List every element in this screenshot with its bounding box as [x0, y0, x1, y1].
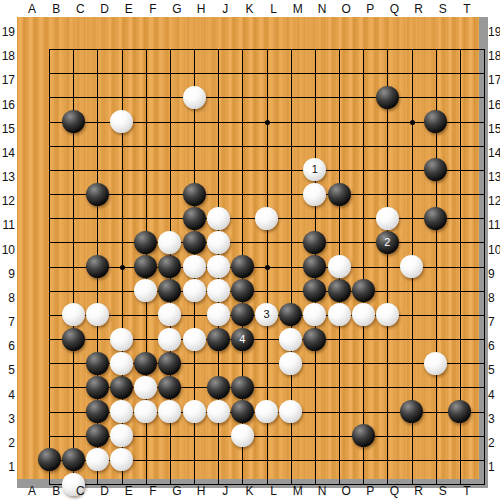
row-label-left-15: 15 — [0, 122, 15, 136]
white-stone-L7[interactable] — [279, 328, 302, 351]
column-label-top-K: K — [238, 2, 262, 16]
grid-line-vertical — [484, 49, 485, 485]
white-stone-L4[interactable] — [279, 400, 302, 423]
row-label-right-1: 1 — [488, 460, 495, 474]
black-stone-M11[interactable] — [303, 231, 326, 254]
go-board[interactable]: 2413 — [17, 17, 488, 488]
white-stone-H4[interactable] — [207, 400, 230, 423]
white-stone-J3[interactable] — [231, 424, 254, 447]
row-label-left-7: 7 — [0, 315, 15, 329]
row-label-left-9: 9 — [0, 267, 15, 281]
column-label-bottom-A: A — [20, 484, 44, 498]
row-label-right-11: 11 — [488, 218, 500, 232]
column-label-top-L: L — [262, 2, 286, 16]
black-stone-M10[interactable] — [303, 255, 326, 278]
black-stone-N9[interactable] — [328, 279, 351, 302]
white-stone-D6[interactable] — [110, 352, 133, 375]
black-stone-J9[interactable] — [231, 279, 254, 302]
black-stone-C5[interactable] — [86, 376, 109, 399]
row-label-left-1: 1 — [0, 460, 15, 474]
white-stone-N8[interactable] — [328, 303, 351, 326]
white-stone-G9[interactable] — [183, 279, 206, 302]
row-label-left-12: 12 — [0, 194, 15, 208]
white-stone-M14-move-1[interactable]: 1 — [303, 158, 326, 181]
column-label-top-N: N — [310, 2, 334, 16]
black-stone-B16[interactable] — [62, 110, 85, 133]
column-label-top-B: B — [44, 2, 68, 16]
column-label-top-J: J — [213, 2, 237, 16]
black-stone-P11-move-2[interactable]: 2 — [376, 231, 399, 254]
black-stone-J10[interactable] — [231, 255, 254, 278]
white-stone-E9[interactable] — [134, 279, 157, 302]
column-label-top-D: D — [93, 2, 117, 16]
row-label-right-18: 18 — [488, 49, 500, 63]
column-label-bottom-E: E — [117, 484, 141, 498]
column-label-top-P: P — [358, 2, 382, 16]
row-label-right-17: 17 — [488, 73, 500, 87]
row-label-left-4: 4 — [0, 388, 15, 402]
white-stone-F4[interactable] — [158, 400, 181, 423]
white-stone-H8[interactable] — [207, 303, 230, 326]
black-stone-J5[interactable] — [231, 376, 254, 399]
column-label-bottom-R: R — [407, 484, 431, 498]
white-stone-G10[interactable] — [183, 255, 206, 278]
black-stone-F10[interactable] — [158, 255, 181, 278]
row-label-right-12: 12 — [488, 194, 500, 208]
black-stone-E6[interactable] — [134, 352, 157, 375]
go-diagram-page: 2413 AABBCCDDEEFFGGHHJJKKLLMMNNOOPPQQRRS… — [0, 0, 500, 500]
black-stone-M9[interactable] — [303, 279, 326, 302]
column-label-bottom-G: G — [165, 484, 189, 498]
white-stone-K4[interactable] — [255, 400, 278, 423]
white-stone-C8[interactable] — [86, 303, 109, 326]
row-label-right-13: 13 — [488, 170, 500, 184]
black-stone-B7[interactable] — [62, 328, 85, 351]
row-label-right-8: 8 — [488, 291, 495, 305]
black-stone-H5[interactable] — [207, 376, 230, 399]
black-stone-O9[interactable] — [352, 279, 375, 302]
star-point-K16 — [265, 120, 270, 125]
white-stone-M13[interactable] — [303, 183, 326, 206]
black-stone-F6[interactable] — [158, 352, 181, 375]
white-stone-H12[interactable] — [207, 207, 230, 230]
row-label-left-13: 13 — [0, 170, 15, 184]
row-label-left-5: 5 — [0, 363, 15, 377]
row-label-left-10: 10 — [0, 243, 15, 257]
white-stone-L6[interactable] — [279, 352, 302, 375]
white-stone-D4[interactable] — [110, 400, 133, 423]
star-point-D10 — [120, 265, 125, 270]
column-label-top-E: E — [117, 2, 141, 16]
row-label-left-14: 14 — [0, 146, 15, 160]
star-point-Q16 — [410, 120, 415, 125]
star-point-K10 — [265, 265, 270, 270]
row-label-right-3: 3 — [488, 412, 495, 426]
row-label-right-5: 5 — [488, 363, 495, 377]
row-label-right-2: 2 — [488, 436, 495, 450]
black-stone-H7[interactable] — [207, 328, 230, 351]
white-stone-E4[interactable] — [134, 400, 157, 423]
black-stone-N13[interactable] — [328, 183, 351, 206]
row-label-right-7: 7 — [488, 315, 495, 329]
grid-line-vertical — [363, 49, 364, 485]
white-stone-Q10[interactable] — [400, 255, 423, 278]
row-label-left-8: 8 — [0, 291, 15, 305]
column-label-bottom-H: H — [189, 484, 213, 498]
row-label-right-19: 19 — [488, 25, 500, 39]
column-label-bottom-C: C — [68, 484, 92, 498]
column-label-bottom-D: D — [93, 484, 117, 498]
column-label-top-C: C — [68, 2, 92, 16]
column-label-top-H: H — [189, 2, 213, 16]
black-stone-S4[interactable] — [448, 400, 471, 423]
column-label-bottom-S: S — [431, 484, 455, 498]
white-stone-P12[interactable] — [376, 207, 399, 230]
black-stone-G13[interactable] — [183, 183, 206, 206]
column-label-top-G: G — [165, 2, 189, 16]
column-label-bottom-O: O — [334, 484, 358, 498]
black-stone-R12[interactable] — [424, 207, 447, 230]
white-stone-G4[interactable] — [183, 400, 206, 423]
black-stone-O3[interactable] — [352, 424, 375, 447]
white-stone-K12[interactable] — [255, 207, 278, 230]
row-label-left-19: 19 — [0, 25, 15, 39]
white-stone-K8-move-3[interactable]: 3 — [255, 303, 278, 326]
white-stone-B8[interactable] — [62, 303, 85, 326]
white-stone-F8[interactable] — [158, 303, 181, 326]
white-stone-P8[interactable] — [376, 303, 399, 326]
column-label-top-M: M — [286, 2, 310, 16]
column-label-top-R: R — [407, 2, 431, 16]
black-stone-G11[interactable] — [183, 231, 206, 254]
black-stone-A2[interactable] — [38, 448, 61, 471]
black-stone-J7-move-4[interactable]: 4 — [231, 328, 254, 351]
column-label-top-A: A — [20, 2, 44, 16]
white-stone-G17[interactable] — [183, 86, 206, 109]
white-stone-F11[interactable] — [158, 231, 181, 254]
black-stone-E10[interactable] — [134, 255, 157, 278]
row-label-right-4: 4 — [488, 388, 495, 402]
black-stone-C3[interactable] — [86, 424, 109, 447]
column-label-bottom-Q: Q — [383, 484, 407, 498]
column-label-top-O: O — [334, 2, 358, 16]
black-stone-C10[interactable] — [86, 255, 109, 278]
column-label-bottom-J: J — [213, 484, 237, 498]
row-label-left-2: 2 — [0, 436, 15, 450]
black-stone-J4[interactable] — [231, 400, 254, 423]
column-label-bottom-K: K — [238, 484, 262, 498]
column-label-bottom-M: M — [286, 484, 310, 498]
white-stone-M8[interactable] — [303, 303, 326, 326]
row-label-left-17: 17 — [0, 73, 15, 87]
row-label-right-14: 14 — [488, 146, 500, 160]
white-stone-H11[interactable] — [207, 231, 230, 254]
white-stone-D2[interactable] — [110, 448, 133, 471]
white-stone-D7[interactable] — [110, 328, 133, 351]
white-stone-E5[interactable] — [134, 376, 157, 399]
grid-line-horizontal — [49, 291, 485, 292]
white-stone-O8[interactable] — [352, 303, 375, 326]
column-label-bottom-P: P — [358, 484, 382, 498]
column-label-top-S: S — [431, 2, 455, 16]
black-stone-C13[interactable] — [86, 183, 109, 206]
black-stone-R16[interactable] — [424, 110, 447, 133]
column-label-bottom-B: B — [44, 484, 68, 498]
column-label-bottom-F: F — [141, 484, 165, 498]
black-stone-D5[interactable] — [110, 376, 133, 399]
row-label-right-15: 15 — [488, 122, 500, 136]
white-stone-H9[interactable] — [207, 279, 230, 302]
black-stone-G12[interactable] — [183, 207, 206, 230]
row-label-right-9: 9 — [488, 267, 495, 281]
black-stone-L8[interactable] — [279, 303, 302, 326]
grid-line-vertical — [387, 49, 388, 485]
black-stone-E11[interactable] — [134, 231, 157, 254]
black-stone-J8[interactable] — [231, 303, 254, 326]
white-stone-H10[interactable] — [207, 255, 230, 278]
black-stone-R14[interactable] — [424, 158, 447, 181]
black-stone-P17[interactable] — [376, 86, 399, 109]
black-stone-Q4[interactable] — [400, 400, 423, 423]
column-label-bottom-L: L — [262, 484, 286, 498]
board-grid[interactable]: 2413 — [49, 49, 485, 485]
row-label-right-16: 16 — [488, 98, 500, 112]
row-label-left-18: 18 — [0, 49, 15, 63]
white-stone-C2[interactable] — [86, 448, 109, 471]
row-label-right-10: 10 — [488, 243, 500, 257]
black-stone-C6[interactable] — [86, 352, 109, 375]
column-label-bottom-N: N — [310, 484, 334, 498]
column-label-top-T: T — [455, 2, 479, 16]
black-stone-F9[interactable] — [158, 279, 181, 302]
black-stone-F5[interactable] — [158, 376, 181, 399]
white-stone-N10[interactable] — [328, 255, 351, 278]
column-label-top-Q: Q — [383, 2, 407, 16]
white-stone-F7[interactable] — [158, 328, 181, 351]
black-stone-M7[interactable] — [303, 328, 326, 351]
row-label-right-6: 6 — [488, 339, 495, 353]
white-stone-D3[interactable] — [110, 424, 133, 447]
row-label-left-11: 11 — [0, 218, 15, 232]
black-stone-B2[interactable] — [62, 448, 85, 471]
white-stone-R6[interactable] — [424, 352, 447, 375]
row-label-left-3: 3 — [0, 412, 15, 426]
white-stone-G7[interactable] — [183, 328, 206, 351]
white-stone-D16[interactable] — [110, 110, 133, 133]
black-stone-C4[interactable] — [86, 400, 109, 423]
row-label-left-6: 6 — [0, 339, 15, 353]
column-label-bottom-T: T — [455, 484, 479, 498]
column-label-top-F: F — [141, 2, 165, 16]
row-label-left-16: 16 — [0, 98, 15, 112]
